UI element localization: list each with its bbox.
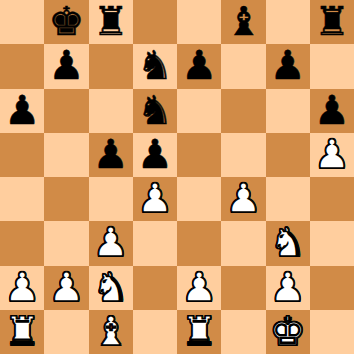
square-d8[interactable] bbox=[133, 0, 177, 44]
black-pawn[interactable]: ♟ bbox=[137, 134, 173, 174]
black-pawn[interactable]: ♟ bbox=[4, 90, 40, 130]
square-f2[interactable] bbox=[221, 266, 265, 310]
black-rook[interactable]: ♜ bbox=[314, 1, 350, 41]
square-g2[interactable]: ♟ bbox=[266, 266, 310, 310]
square-b4[interactable] bbox=[44, 177, 88, 221]
square-f3[interactable] bbox=[221, 221, 265, 265]
square-g7[interactable]: ♟ bbox=[266, 44, 310, 88]
square-d1[interactable] bbox=[133, 310, 177, 354]
square-e2[interactable]: ♟ bbox=[177, 266, 221, 310]
square-b5[interactable] bbox=[44, 133, 88, 177]
white-pawn[interactable]: ♟ bbox=[48, 267, 84, 307]
square-d2[interactable] bbox=[133, 266, 177, 310]
black-knight[interactable]: ♞ bbox=[137, 45, 173, 85]
square-f8[interactable]: ♝ bbox=[221, 0, 265, 44]
white-pawn[interactable]: ♟ bbox=[270, 267, 306, 307]
square-a1[interactable]: ♜ bbox=[0, 310, 44, 354]
black-pawn[interactable]: ♟ bbox=[93, 134, 129, 174]
white-knight[interactable]: ♞ bbox=[270, 222, 306, 262]
black-knight[interactable]: ♞ bbox=[137, 90, 173, 130]
white-rook[interactable]: ♜ bbox=[4, 311, 40, 351]
square-a5[interactable] bbox=[0, 133, 44, 177]
black-pawn[interactable]: ♟ bbox=[314, 90, 350, 130]
square-a3[interactable] bbox=[0, 221, 44, 265]
chess-board: ♚♜♝♜♟♞♟♟♟♞♟♟♟♟♟♟♟♞♟♟♞♟♟♜♝♜♚ bbox=[0, 0, 354, 354]
square-f6[interactable] bbox=[221, 89, 265, 133]
white-pawn[interactable]: ♟ bbox=[4, 267, 40, 307]
square-h7[interactable] bbox=[310, 44, 354, 88]
square-h5[interactable]: ♟ bbox=[310, 133, 354, 177]
square-b1[interactable] bbox=[44, 310, 88, 354]
square-b2[interactable]: ♟ bbox=[44, 266, 88, 310]
square-g4[interactable] bbox=[266, 177, 310, 221]
square-d6[interactable]: ♞ bbox=[133, 89, 177, 133]
square-a2[interactable]: ♟ bbox=[0, 266, 44, 310]
square-h3[interactable] bbox=[310, 221, 354, 265]
white-pawn[interactable]: ♟ bbox=[137, 178, 173, 218]
black-bishop[interactable]: ♝ bbox=[225, 1, 261, 41]
square-c5[interactable]: ♟ bbox=[89, 133, 133, 177]
square-d4[interactable]: ♟ bbox=[133, 177, 177, 221]
square-h4[interactable] bbox=[310, 177, 354, 221]
white-pawn[interactable]: ♟ bbox=[314, 134, 350, 174]
square-c6[interactable] bbox=[89, 89, 133, 133]
square-c7[interactable] bbox=[89, 44, 133, 88]
square-g3[interactable]: ♞ bbox=[266, 221, 310, 265]
black-rook[interactable]: ♜ bbox=[93, 1, 129, 41]
square-b7[interactable]: ♟ bbox=[44, 44, 88, 88]
square-e8[interactable] bbox=[177, 0, 221, 44]
square-a6[interactable]: ♟ bbox=[0, 89, 44, 133]
square-b3[interactable] bbox=[44, 221, 88, 265]
white-bishop[interactable]: ♝ bbox=[93, 311, 129, 351]
white-pawn[interactable]: ♟ bbox=[225, 178, 261, 218]
square-a8[interactable] bbox=[0, 0, 44, 44]
black-pawn[interactable]: ♟ bbox=[270, 45, 306, 85]
square-h6[interactable]: ♟ bbox=[310, 89, 354, 133]
square-e4[interactable] bbox=[177, 177, 221, 221]
square-a4[interactable] bbox=[0, 177, 44, 221]
square-d3[interactable] bbox=[133, 221, 177, 265]
black-king[interactable]: ♚ bbox=[48, 1, 84, 41]
white-pawn[interactable]: ♟ bbox=[181, 267, 217, 307]
square-e1[interactable]: ♜ bbox=[177, 310, 221, 354]
square-h1[interactable] bbox=[310, 310, 354, 354]
square-a7[interactable] bbox=[0, 44, 44, 88]
square-c3[interactable]: ♟ bbox=[89, 221, 133, 265]
square-f5[interactable] bbox=[221, 133, 265, 177]
white-king[interactable]: ♚ bbox=[270, 311, 306, 351]
square-b6[interactable] bbox=[44, 89, 88, 133]
white-pawn[interactable]: ♟ bbox=[93, 222, 129, 262]
square-e5[interactable] bbox=[177, 133, 221, 177]
black-pawn[interactable]: ♟ bbox=[181, 45, 217, 85]
square-e3[interactable] bbox=[177, 221, 221, 265]
white-knight[interactable]: ♞ bbox=[93, 267, 129, 307]
square-g5[interactable] bbox=[266, 133, 310, 177]
square-d5[interactable]: ♟ bbox=[133, 133, 177, 177]
square-c8[interactable]: ♜ bbox=[89, 0, 133, 44]
square-f7[interactable] bbox=[221, 44, 265, 88]
square-d7[interactable]: ♞ bbox=[133, 44, 177, 88]
square-b8[interactable]: ♚ bbox=[44, 0, 88, 44]
square-c2[interactable]: ♞ bbox=[89, 266, 133, 310]
square-f4[interactable]: ♟ bbox=[221, 177, 265, 221]
square-c4[interactable] bbox=[89, 177, 133, 221]
square-c1[interactable]: ♝ bbox=[89, 310, 133, 354]
square-h8[interactable]: ♜ bbox=[310, 0, 354, 44]
white-rook[interactable]: ♜ bbox=[181, 311, 217, 351]
square-e7[interactable]: ♟ bbox=[177, 44, 221, 88]
square-e6[interactable] bbox=[177, 89, 221, 133]
square-f1[interactable] bbox=[221, 310, 265, 354]
black-pawn[interactable]: ♟ bbox=[48, 45, 84, 85]
square-g1[interactable]: ♚ bbox=[266, 310, 310, 354]
square-g6[interactable] bbox=[266, 89, 310, 133]
square-h2[interactable] bbox=[310, 266, 354, 310]
square-g8[interactable] bbox=[266, 0, 310, 44]
